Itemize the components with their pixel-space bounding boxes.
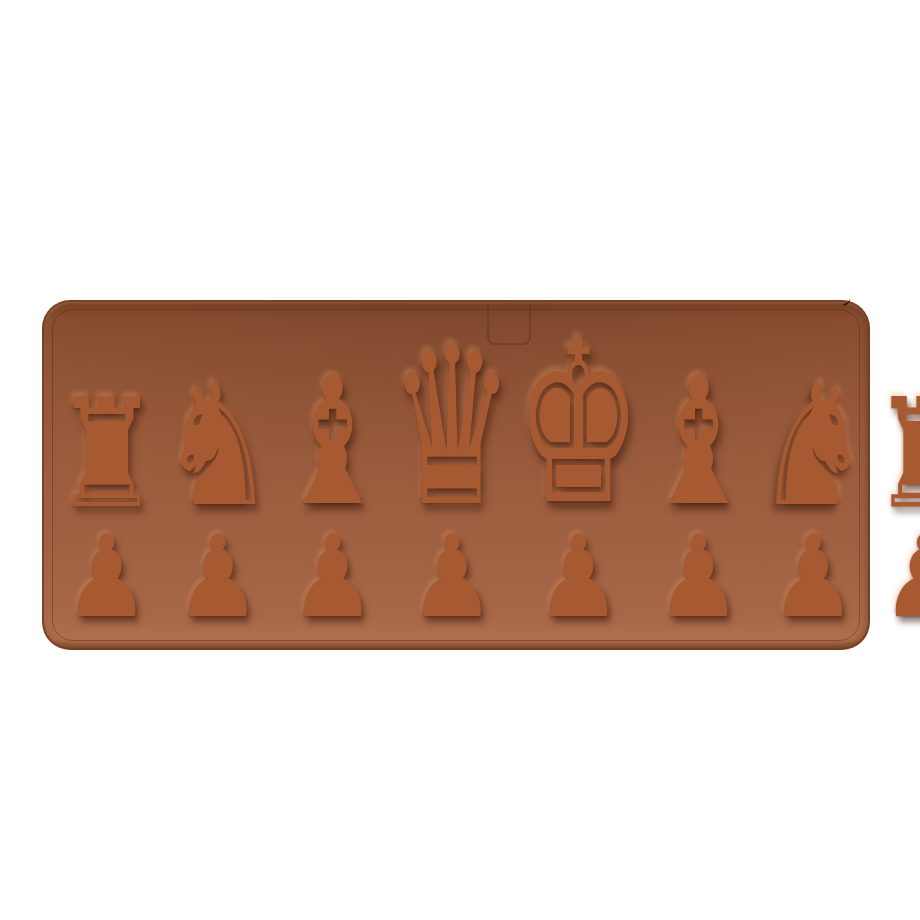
cavity-pawn-3: ♟ <box>290 534 376 622</box>
cavity-pawn-1: ♟ <box>64 534 150 622</box>
chocolate-mold: ♜ ♞ ♝ ♛ ♚ ♝ ♞ ♜ ♟ ♟ ♟ ♟ ♟ ♟ ♟ ♟ <box>42 300 870 650</box>
cavity-pawn-4: ♟ <box>409 534 495 622</box>
cavity-knight-right: ♞ <box>755 380 872 512</box>
cavity-pawn-7: ♟ <box>770 534 856 622</box>
cavity-pawn-5: ♟ <box>535 534 621 622</box>
cavity-pawn-2: ♟ <box>175 534 261 622</box>
cavity-bishop-left: ♝ <box>276 374 389 512</box>
cavity-pawn-6: ♟ <box>656 534 742 622</box>
cavity-pawn-8: ♟ <box>882 534 920 622</box>
cavity-rook-left: ♜ <box>54 394 160 512</box>
cavity-bishop-right: ♝ <box>642 374 755 512</box>
mold-cavity-grid: ♜ ♞ ♝ ♛ ♚ ♝ ♞ ♜ ♟ ♟ ♟ ♟ ♟ ♟ ♟ ♟ <box>42 300 870 650</box>
cavity-knight-left: ♞ <box>160 380 277 512</box>
cavity-queen: ♛ <box>389 342 515 512</box>
cavity-rook-right: ♜ <box>872 394 920 512</box>
cavity-king: ♚ <box>515 337 642 512</box>
